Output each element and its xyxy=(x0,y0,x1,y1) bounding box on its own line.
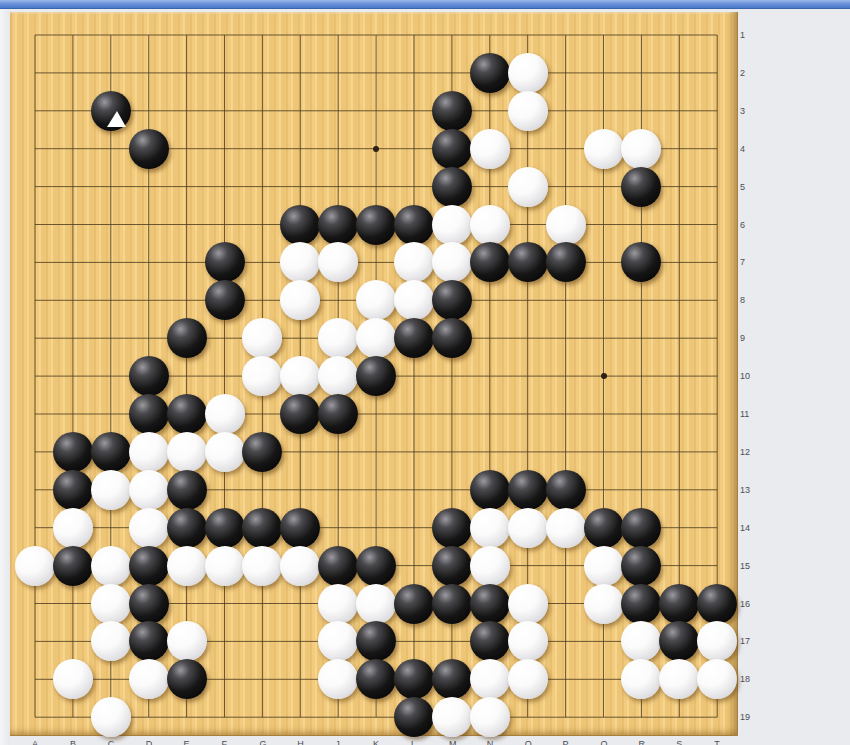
black-stone-G14 xyxy=(242,508,282,548)
white-stone-E12 xyxy=(167,432,207,472)
white-stone-O18 xyxy=(508,659,548,699)
white-stone-C13 xyxy=(91,470,131,510)
black-stone-D17 xyxy=(129,621,169,661)
black-stone-K15 xyxy=(356,546,396,586)
row-label-6: 6 xyxy=(740,220,745,230)
col-label-B: B xyxy=(70,739,76,745)
col-label-R: R xyxy=(638,739,645,745)
go-board[interactable] xyxy=(10,12,738,736)
white-stone-N14 xyxy=(470,508,510,548)
white-stone-N19 xyxy=(470,697,510,737)
white-stone-E17 xyxy=(167,621,207,661)
black-stone-M14 xyxy=(432,508,472,548)
black-stone-C3 xyxy=(91,91,131,131)
row-label-12: 12 xyxy=(740,447,750,457)
go-client-window: 12345678910111213141516171819ABCDEFGHJKL… xyxy=(0,0,850,745)
white-stone-D14 xyxy=(129,508,169,548)
row-label-18: 18 xyxy=(740,674,750,684)
black-stone-B12 xyxy=(53,432,93,472)
white-stone-A15 xyxy=(15,546,55,586)
row-label-7: 7 xyxy=(740,257,745,267)
row-label-1: 1 xyxy=(740,30,745,40)
black-stone-J11 xyxy=(318,394,358,434)
col-label-P: P xyxy=(563,739,569,745)
white-stone-J16 xyxy=(318,584,358,624)
black-stone-E14 xyxy=(167,508,207,548)
black-stone-F7 xyxy=(205,242,245,282)
row-label-2: 2 xyxy=(740,68,745,78)
white-stone-M19 xyxy=(432,697,472,737)
row-label-8: 8 xyxy=(740,295,745,305)
black-stone-R14 xyxy=(621,508,661,548)
black-stone-M18 xyxy=(432,659,472,699)
title-bar xyxy=(0,0,850,9)
white-stone-B14 xyxy=(53,508,93,548)
black-stone-E18 xyxy=(167,659,207,699)
col-label-A: A xyxy=(32,739,38,745)
col-label-Q: Q xyxy=(601,739,608,745)
white-stone-F15 xyxy=(205,546,245,586)
black-stone-D15 xyxy=(129,546,169,586)
black-stone-Q14 xyxy=(584,508,624,548)
black-stone-F14 xyxy=(205,508,245,548)
black-stone-E13 xyxy=(167,470,207,510)
white-stone-C19 xyxy=(91,697,131,737)
white-stone-M6 xyxy=(432,205,472,245)
white-stone-O16 xyxy=(508,584,548,624)
white-stone-O5 xyxy=(508,167,548,207)
col-label-G: G xyxy=(259,739,266,745)
row-label-4: 4 xyxy=(740,144,745,154)
white-stone-B18 xyxy=(53,659,93,699)
black-stone-H6 xyxy=(280,205,320,245)
black-stone-M15 xyxy=(432,546,472,586)
black-stone-M8 xyxy=(432,280,472,320)
white-stone-O17 xyxy=(508,621,548,661)
white-stone-D13 xyxy=(129,470,169,510)
col-label-H: H xyxy=(297,739,304,745)
col-label-E: E xyxy=(184,739,190,745)
col-label-S: S xyxy=(676,739,682,745)
white-stone-C15 xyxy=(91,546,131,586)
black-stone-L16 xyxy=(394,584,434,624)
white-stone-K16 xyxy=(356,584,396,624)
black-stone-J6 xyxy=(318,205,358,245)
black-stone-C12 xyxy=(91,432,131,472)
col-label-T: T xyxy=(714,739,720,745)
black-stone-M4 xyxy=(432,129,472,169)
triangle-marker xyxy=(107,111,126,127)
row-label-16: 16 xyxy=(740,599,750,609)
white-stone-R4 xyxy=(621,129,661,169)
black-stone-M9 xyxy=(432,318,472,358)
white-stone-H15 xyxy=(280,546,320,586)
white-stone-N6 xyxy=(470,205,510,245)
black-stone-K10 xyxy=(356,356,396,396)
black-stone-F8 xyxy=(205,280,245,320)
white-stone-F12 xyxy=(205,432,245,472)
black-stone-R5 xyxy=(621,167,661,207)
black-stone-D4 xyxy=(129,129,169,169)
col-label-O: O xyxy=(525,739,532,745)
black-stone-D10 xyxy=(129,356,169,396)
black-stone-P13 xyxy=(546,470,586,510)
white-stone-C16 xyxy=(91,584,131,624)
window-margin xyxy=(0,9,10,745)
black-stone-E9 xyxy=(167,318,207,358)
black-stone-L19 xyxy=(394,697,434,737)
black-stone-N7 xyxy=(470,242,510,282)
black-stone-T16 xyxy=(697,584,737,624)
white-stone-O2 xyxy=(508,53,548,93)
black-stone-O13 xyxy=(508,470,548,510)
star-point xyxy=(601,373,607,379)
white-stone-J10 xyxy=(318,356,358,396)
black-stone-E11 xyxy=(167,394,207,434)
black-stone-N16 xyxy=(470,584,510,624)
black-stone-D11 xyxy=(129,394,169,434)
white-stone-D18 xyxy=(129,659,169,699)
black-stone-J15 xyxy=(318,546,358,586)
white-stone-Q4 xyxy=(584,129,624,169)
white-stone-P6 xyxy=(546,205,586,245)
black-stone-P7 xyxy=(546,242,586,282)
black-stone-H14 xyxy=(280,508,320,548)
row-label-5: 5 xyxy=(740,182,745,192)
black-stone-L9 xyxy=(394,318,434,358)
black-stone-O7 xyxy=(508,242,548,282)
black-stone-M3 xyxy=(432,91,472,131)
row-label-14: 14 xyxy=(740,523,750,533)
white-stone-Q16 xyxy=(584,584,624,624)
black-stone-S16 xyxy=(659,584,699,624)
col-label-J: J xyxy=(335,739,340,745)
black-stone-N13 xyxy=(470,470,510,510)
col-label-K: K xyxy=(373,739,379,745)
white-stone-N15 xyxy=(470,546,510,586)
black-stone-K6 xyxy=(356,205,396,245)
white-stone-D12 xyxy=(129,432,169,472)
col-label-F: F xyxy=(222,739,228,745)
black-stone-B13 xyxy=(53,470,93,510)
white-stone-G15 xyxy=(242,546,282,586)
black-stone-N2 xyxy=(470,53,510,93)
col-label-D: D xyxy=(146,739,153,745)
white-stone-N4 xyxy=(470,129,510,169)
white-stone-F11 xyxy=(205,394,245,434)
white-stone-E15 xyxy=(167,546,207,586)
black-stone-N17 xyxy=(470,621,510,661)
white-stone-O3 xyxy=(508,91,548,131)
row-label-13: 13 xyxy=(740,485,750,495)
row-label-11: 11 xyxy=(740,409,749,419)
row-label-17: 17 xyxy=(740,636,750,646)
black-stone-D16 xyxy=(129,584,169,624)
row-label-15: 15 xyxy=(740,561,750,571)
col-label-M: M xyxy=(449,739,457,745)
black-stone-R16 xyxy=(621,584,661,624)
col-label-C: C xyxy=(108,739,115,745)
black-stone-M16 xyxy=(432,584,472,624)
star-point xyxy=(373,146,379,152)
white-stone-N18 xyxy=(470,659,510,699)
row-label-10: 10 xyxy=(740,371,750,381)
row-label-19: 19 xyxy=(740,712,750,722)
col-label-L: L xyxy=(411,739,416,745)
white-stone-O14 xyxy=(508,508,548,548)
white-stone-C17 xyxy=(91,621,131,661)
col-label-N: N xyxy=(487,739,494,745)
row-label-3: 3 xyxy=(740,106,745,116)
black-stone-R15 xyxy=(621,546,661,586)
white-stone-P14 xyxy=(546,508,586,548)
black-stone-B15 xyxy=(53,546,93,586)
white-stone-Q15 xyxy=(584,546,624,586)
row-label-9: 9 xyxy=(740,333,745,343)
white-stone-K9 xyxy=(356,318,396,358)
black-stone-M5 xyxy=(432,167,472,207)
black-stone-L6 xyxy=(394,205,434,245)
